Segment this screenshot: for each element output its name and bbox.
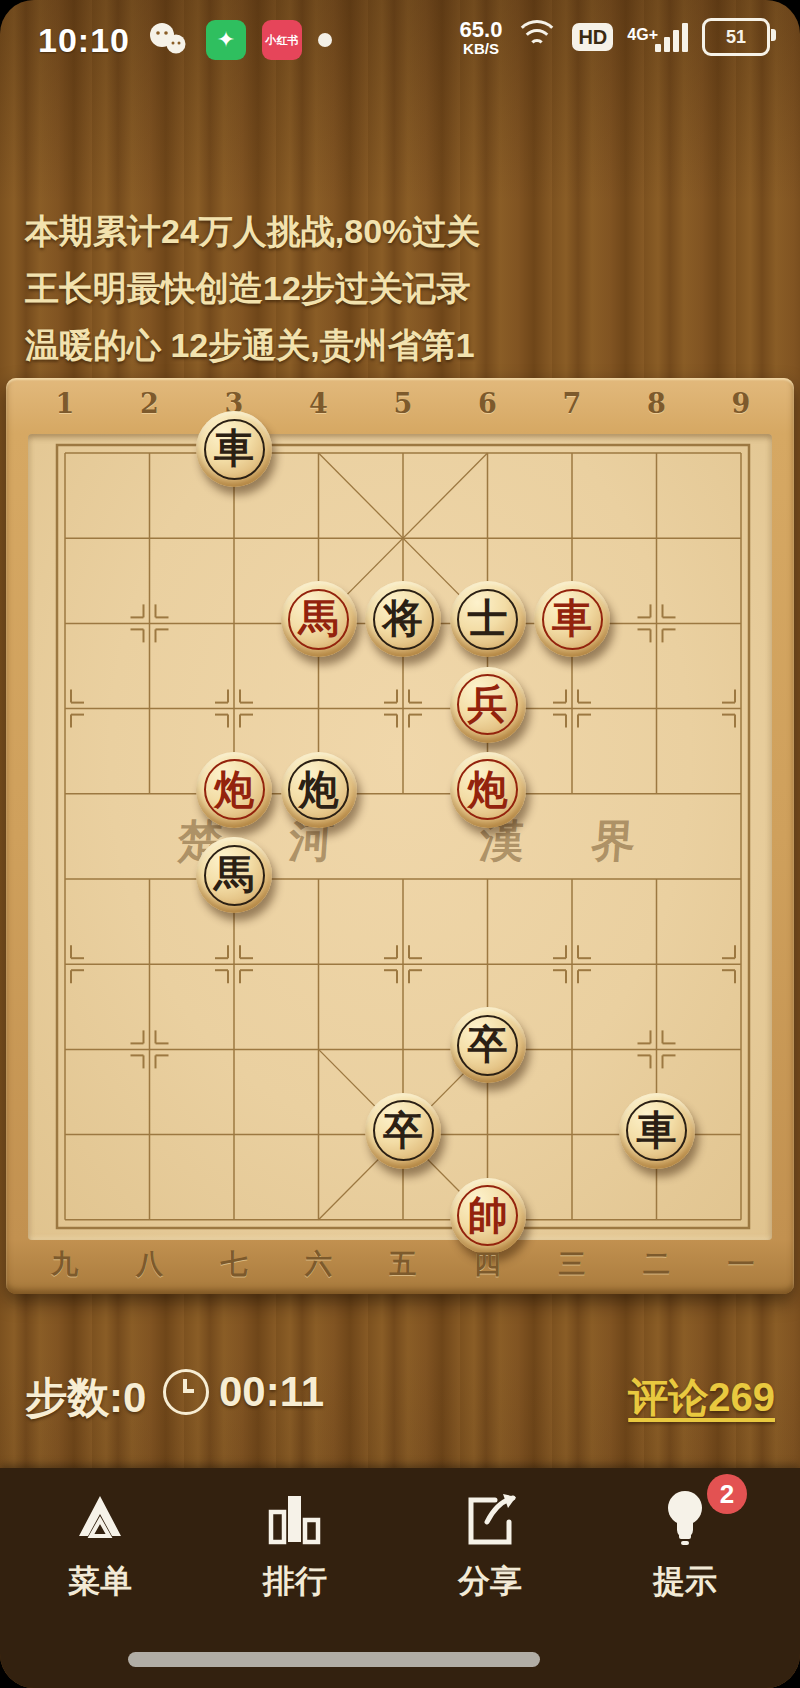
piece-glyph: 兵 bbox=[468, 684, 508, 724]
announcement-line: 温暖的心 12步通关,贵州省第1 bbox=[25, 317, 480, 374]
coordinate-label: 7 bbox=[563, 388, 582, 419]
coordinate-label: 二 bbox=[643, 1246, 670, 1282]
piece-ring: 車 bbox=[542, 589, 603, 650]
piece-glyph: 馬 bbox=[214, 854, 254, 894]
hint-badge: 2 bbox=[707, 1474, 747, 1514]
piece-glyph: 将 bbox=[383, 598, 423, 638]
piece-black-馬[interactable]: 馬 bbox=[196, 837, 272, 913]
comments-link[interactable]: 评论269 bbox=[628, 1370, 775, 1425]
coordinate-label: 八 bbox=[136, 1246, 163, 1282]
piece-glyph: 炮 bbox=[214, 769, 254, 809]
coordinate-label: 1 bbox=[56, 388, 75, 419]
battery-level: 51 bbox=[726, 27, 746, 48]
coordinate-label: 8 bbox=[647, 388, 666, 419]
nav-label: 排行 bbox=[215, 1560, 375, 1604]
board-coordinates-bottom: 九八七六五四三二一 bbox=[28, 1246, 772, 1276]
coordinate-label: 4 bbox=[309, 388, 328, 419]
piece-ring: 車 bbox=[204, 419, 265, 480]
piece-glyph: 車 bbox=[214, 428, 254, 468]
piece-glyph: 卒 bbox=[383, 1110, 423, 1150]
announcement-banner: 本期累计24万人挑战,80%过关 王长明最快创造12步过关记录 温暖的心 12步… bbox=[25, 203, 480, 374]
piece-ring: 卒 bbox=[373, 1100, 434, 1161]
nav-label: 提示 bbox=[605, 1560, 765, 1604]
phone-screen: 10:10 ✦ 小红书 65.0 KB/S HD 4G+ 51 本期累计24万人… bbox=[0, 0, 800, 1688]
coordinate-label: 一 bbox=[728, 1246, 755, 1282]
piece-ring: 兵 bbox=[457, 674, 518, 735]
clock-time: 10:10 bbox=[38, 21, 130, 60]
piece-red-兵[interactable]: 兵 bbox=[450, 667, 526, 743]
piece-glyph: 卒 bbox=[468, 1024, 508, 1064]
coordinate-label: 9 bbox=[732, 388, 751, 419]
menu-icon bbox=[20, 1486, 180, 1548]
xiangqi-board: 123456789 楚 河 漢 界 車馬将士車兵炮炮炮馬卒卒車帥 九八七六五四三… bbox=[6, 378, 794, 1294]
piece-ring: 卒 bbox=[457, 1015, 518, 1076]
piece-black-炮[interactable]: 炮 bbox=[281, 752, 357, 828]
piece-black-卒[interactable]: 卒 bbox=[365, 1093, 441, 1169]
nav-item-share[interactable]: 分享 bbox=[410, 1486, 570, 1604]
nav-item-menu[interactable]: 菜单 bbox=[20, 1486, 180, 1604]
piece-ring: 士 bbox=[457, 589, 518, 650]
announcement-line: 本期累计24万人挑战,80%过关 bbox=[25, 203, 480, 260]
board-coordinates-top: 123456789 bbox=[28, 388, 772, 418]
piece-glyph: 士 bbox=[468, 598, 508, 638]
ranking-icon bbox=[215, 1486, 375, 1548]
piece-glyph: 馬 bbox=[299, 598, 339, 638]
wechat-icon bbox=[146, 20, 190, 60]
board-surface[interactable]: 楚 河 漢 界 車馬将士車兵炮炮炮馬卒卒車帥 bbox=[28, 434, 772, 1240]
piece-ring: 炮 bbox=[457, 759, 518, 820]
piece-black-車[interactable]: 車 bbox=[196, 411, 272, 487]
piece-ring: 炮 bbox=[204, 759, 265, 820]
status-bar: 10:10 ✦ 小红书 65.0 KB/S HD 4G+ 51 bbox=[0, 16, 800, 66]
wifi-icon bbox=[516, 20, 558, 54]
scrollbar-artifact bbox=[128, 1652, 540, 1667]
piece-ring: 馬 bbox=[204, 845, 265, 906]
share-icon bbox=[410, 1486, 570, 1548]
piece-ring: 馬 bbox=[288, 589, 349, 650]
piece-red-帥[interactable]: 帥 bbox=[450, 1178, 526, 1254]
piece-red-炮[interactable]: 炮 bbox=[196, 752, 272, 828]
xiaohongshu-app-icon: 小红书 bbox=[262, 20, 302, 60]
coordinate-label: 五 bbox=[390, 1246, 417, 1282]
piece-ring: 車 bbox=[626, 1100, 687, 1161]
notification-dot bbox=[318, 33, 332, 47]
clock-icon bbox=[163, 1369, 209, 1415]
piece-glyph: 帥 bbox=[468, 1195, 508, 1235]
nav-item-ranking[interactable]: 排行 bbox=[215, 1486, 375, 1604]
coordinate-label: 七 bbox=[221, 1246, 248, 1282]
hd-badge: HD bbox=[572, 23, 613, 51]
announcement-line: 王长明最快创造12步过关记录 bbox=[25, 260, 480, 317]
coordinate-label: 九 bbox=[52, 1246, 79, 1282]
coordinate-label: 5 bbox=[394, 388, 413, 419]
timer-value: 00:11 bbox=[219, 1368, 324, 1416]
network-type: 4G+ bbox=[627, 26, 658, 44]
coordinate-label: 6 bbox=[478, 388, 497, 419]
piece-ring: 炮 bbox=[288, 759, 349, 820]
piece-glyph: 炮 bbox=[299, 769, 339, 809]
piece-black-車[interactable]: 車 bbox=[619, 1093, 695, 1169]
coordinate-label: 六 bbox=[305, 1246, 332, 1282]
coordinate-label: 三 bbox=[559, 1246, 586, 1282]
piece-black-士[interactable]: 士 bbox=[450, 581, 526, 657]
coordinate-label: 2 bbox=[140, 388, 159, 419]
info-bar: 步数:0 00:11 评论269 bbox=[0, 1362, 800, 1426]
piece-red-炮[interactable]: 炮 bbox=[450, 752, 526, 828]
piece-glyph: 炮 bbox=[468, 769, 508, 809]
piece-glyph: 車 bbox=[552, 598, 592, 638]
piece-black-将[interactable]: 将 bbox=[365, 581, 441, 657]
network-speed: 65.0 KB/S bbox=[460, 19, 503, 56]
piece-black-卒[interactable]: 卒 bbox=[450, 1007, 526, 1083]
pedometer-app-icon: ✦ bbox=[206, 20, 246, 60]
piece-ring: 帥 bbox=[457, 1185, 518, 1246]
piece-glyph: 車 bbox=[637, 1110, 677, 1150]
nav-label: 菜单 bbox=[20, 1560, 180, 1604]
nav-label: 分享 bbox=[410, 1560, 570, 1604]
signal-bars-icon: 4G+ bbox=[627, 22, 688, 52]
nav-item-hint[interactable]: 提示 2 bbox=[605, 1486, 765, 1604]
battery-icon: 51 bbox=[702, 18, 770, 56]
piece-ring: 将 bbox=[373, 589, 434, 650]
piece-red-車[interactable]: 車 bbox=[534, 581, 610, 657]
piece-red-馬[interactable]: 馬 bbox=[281, 581, 357, 657]
move-counter: 步数:0 bbox=[25, 1370, 146, 1426]
